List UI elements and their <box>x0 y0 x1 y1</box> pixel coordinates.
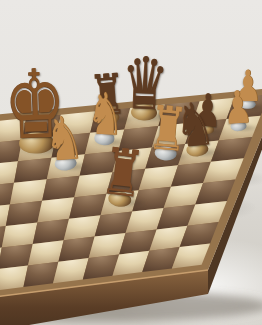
pieces-layer: ♟♛♜♟♟♞♚♞♜♞♜ <box>0 0 262 325</box>
rook-glyph: ♜ <box>100 146 147 201</box>
rook-glyph: ♜ <box>146 104 189 154</box>
knight-glyph: ♞ <box>86 92 126 139</box>
knight-glyph: ♞ <box>43 115 85 164</box>
piece-black-rook-e4[interactable]: ♜ <box>91 145 155 210</box>
piece-white-knight-c6[interactable]: ♞ <box>35 114 92 172</box>
product-photo-scene: ♟♛♜♟♟♞♚♞♜♞♜ <box>0 0 262 325</box>
